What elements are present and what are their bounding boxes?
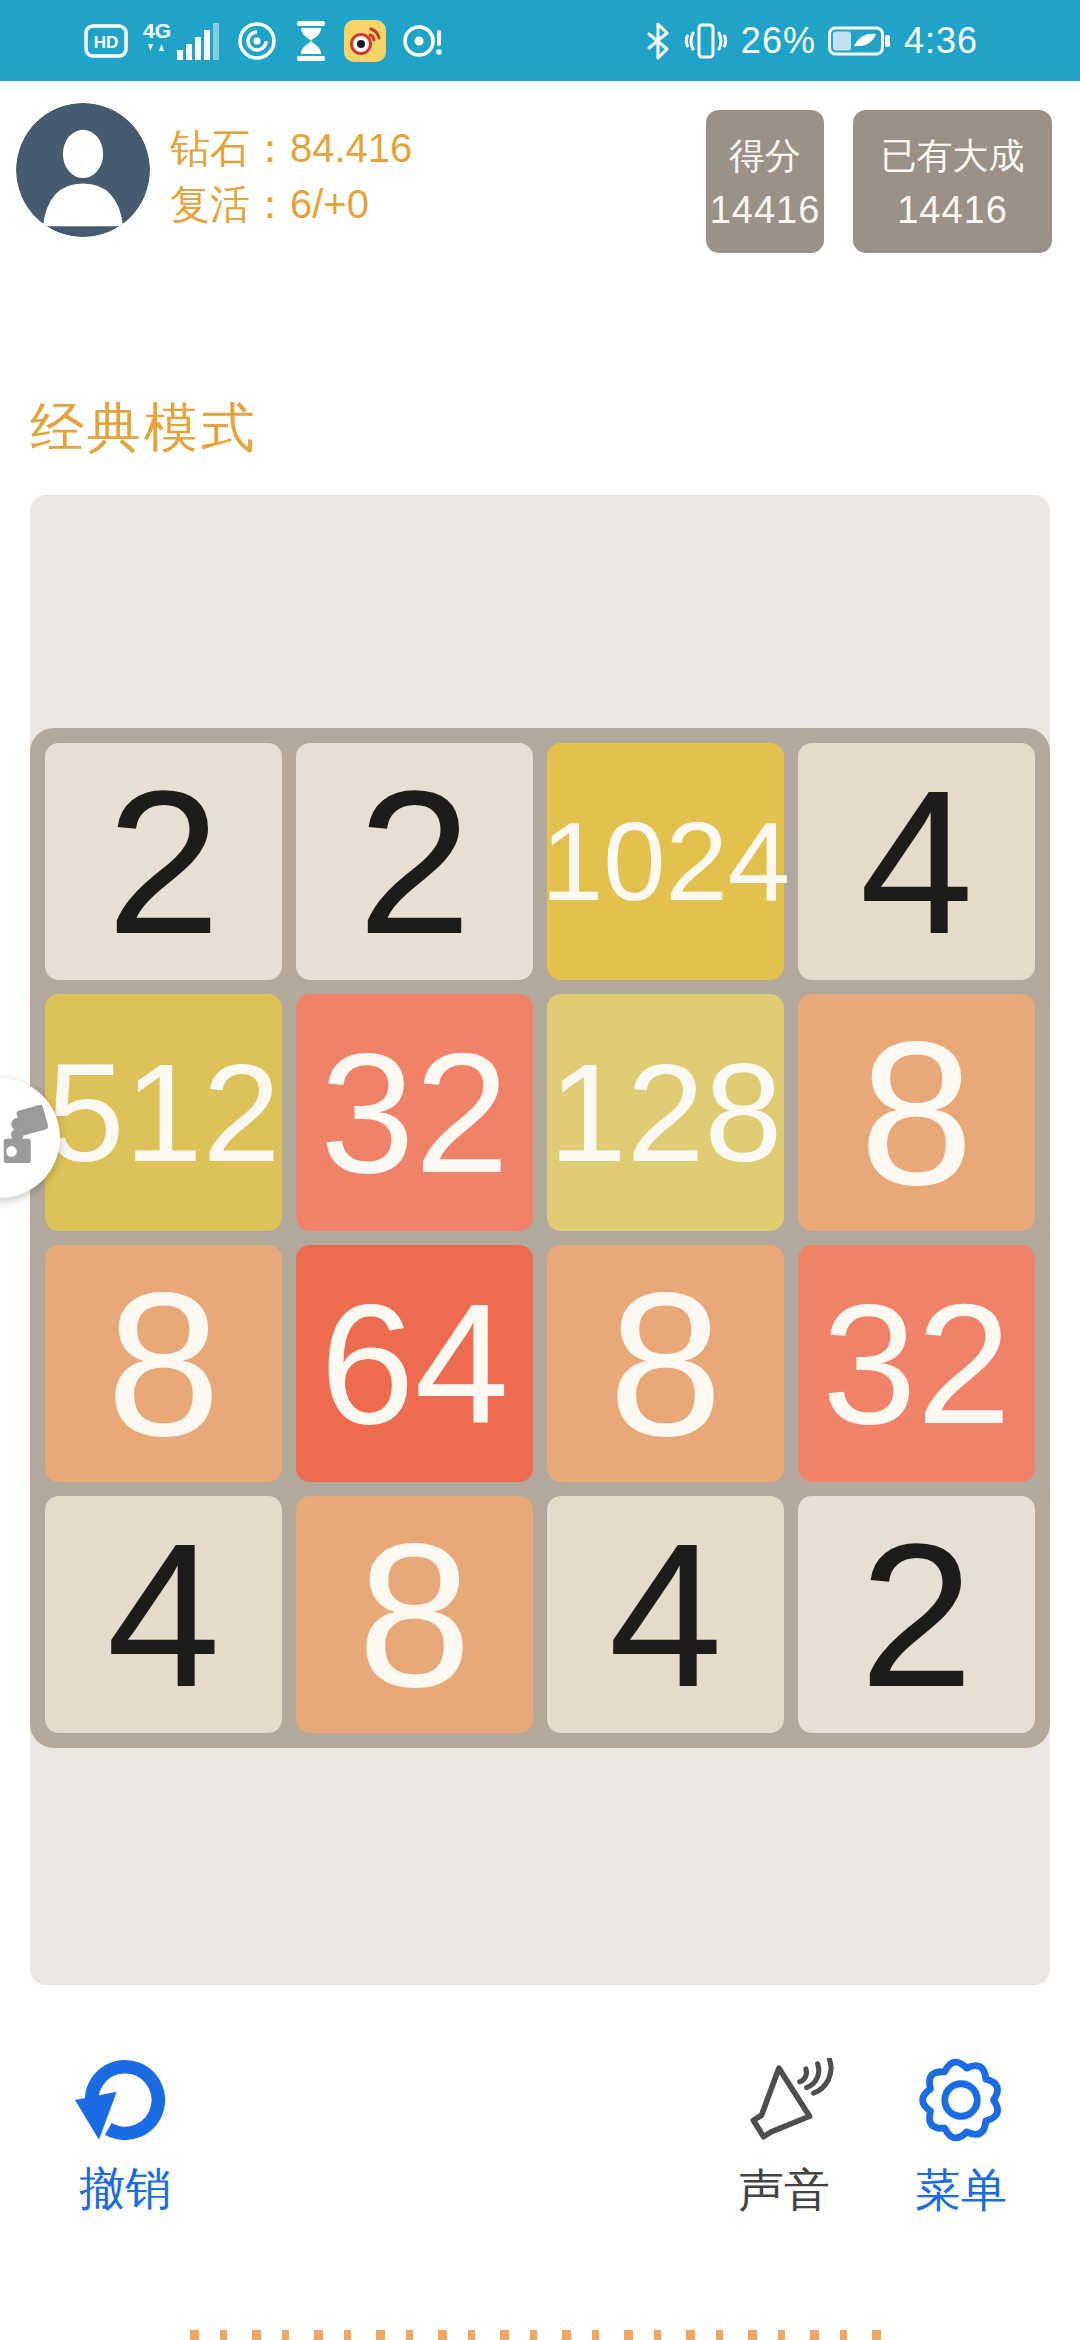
tile-8: 8 bbox=[296, 1496, 533, 1733]
tile-2: 2 bbox=[296, 743, 533, 980]
revive-value: 6/+0 bbox=[290, 184, 369, 224]
diamond-value: 84.416 bbox=[290, 128, 412, 168]
phone-screen: HD 4G bbox=[0, 0, 1080, 2340]
bluetooth-icon bbox=[645, 22, 671, 60]
undo-label: 撤销 bbox=[79, 2158, 171, 2220]
score-value: 14416 bbox=[710, 189, 821, 232]
score-button[interactable]: 得分 14416 bbox=[706, 110, 824, 253]
tile-8: 8 bbox=[45, 1245, 282, 1482]
netease-music-icon bbox=[236, 20, 278, 62]
best-value: 14416 bbox=[897, 189, 1008, 232]
tile-128: 128 bbox=[547, 994, 784, 1231]
best-button[interactable]: 已有大成 14416 bbox=[853, 110, 1052, 253]
avatar[interactable] bbox=[16, 103, 150, 237]
mode-title: 经典模式 bbox=[30, 392, 258, 465]
weibo-icon bbox=[344, 20, 386, 62]
menu-label: 菜单 bbox=[915, 2160, 1007, 2222]
clock-time: 4:36 bbox=[904, 20, 978, 62]
tile-32: 32 bbox=[296, 994, 533, 1231]
tile-2: 2 bbox=[798, 1496, 1035, 1733]
menu-button[interactable]: 菜单 bbox=[881, 2050, 1041, 2222]
board-container: 22102445123212888648324842 bbox=[30, 495, 1050, 1985]
gear-icon bbox=[911, 2050, 1011, 2150]
battery-icon bbox=[828, 24, 892, 58]
tile-64: 64 bbox=[296, 1245, 533, 1482]
tile-8: 8 bbox=[547, 1245, 784, 1482]
tile-1024: 1024 bbox=[547, 743, 784, 980]
sound-icon bbox=[732, 2058, 836, 2150]
hd-text: HD bbox=[94, 33, 119, 52]
puzzle-piece-icon bbox=[0, 1100, 54, 1170]
board-frame: 22102445123212888648324842 bbox=[30, 728, 1050, 1748]
undo-icon bbox=[69, 2048, 181, 2148]
tile-32: 32 bbox=[798, 1245, 1035, 1482]
avatar-person-icon bbox=[16, 103, 150, 237]
board-grid[interactable]: 22102445123212888648324842 bbox=[30, 728, 1050, 1748]
vibrate-icon bbox=[683, 22, 729, 60]
diamond-label: 钻石： bbox=[170, 128, 290, 168]
tile-4: 4 bbox=[45, 1496, 282, 1733]
tile-4: 4 bbox=[798, 743, 1035, 980]
revive-stat: 复活： 6/+0 bbox=[170, 184, 412, 224]
alert-icon bbox=[401, 20, 445, 62]
battery-percent: 26% bbox=[741, 20, 816, 62]
undo-button[interactable]: 撤销 bbox=[45, 2048, 205, 2220]
signal-4g-icon: 4G bbox=[143, 18, 221, 64]
player-stats: 钻石： 84.416 复活： 6/+0 bbox=[170, 128, 412, 240]
hd-badge-icon: HD bbox=[84, 24, 128, 58]
bottom-ticker-cutoff bbox=[190, 2330, 890, 2340]
score-label: 得分 bbox=[729, 132, 801, 181]
hourglass-icon bbox=[293, 20, 329, 62]
tile-512: 512 bbox=[45, 994, 282, 1231]
best-label: 已有大成 bbox=[881, 132, 1025, 181]
sound-button[interactable]: 声音 bbox=[704, 2058, 864, 2222]
status-bar: HD 4G bbox=[0, 0, 1080, 81]
tile-8: 8 bbox=[798, 994, 1035, 1231]
sound-label: 声音 bbox=[738, 2160, 830, 2222]
tile-4: 4 bbox=[547, 1496, 784, 1733]
tile-2: 2 bbox=[45, 743, 282, 980]
status-bar-left: HD 4G bbox=[84, 0, 445, 81]
svg-text:4G: 4G bbox=[143, 19, 171, 42]
revive-label: 复活： bbox=[170, 184, 290, 224]
status-bar-right: 26% 4:36 bbox=[645, 0, 978, 81]
diamond-stat: 钻石： 84.416 bbox=[170, 128, 412, 168]
